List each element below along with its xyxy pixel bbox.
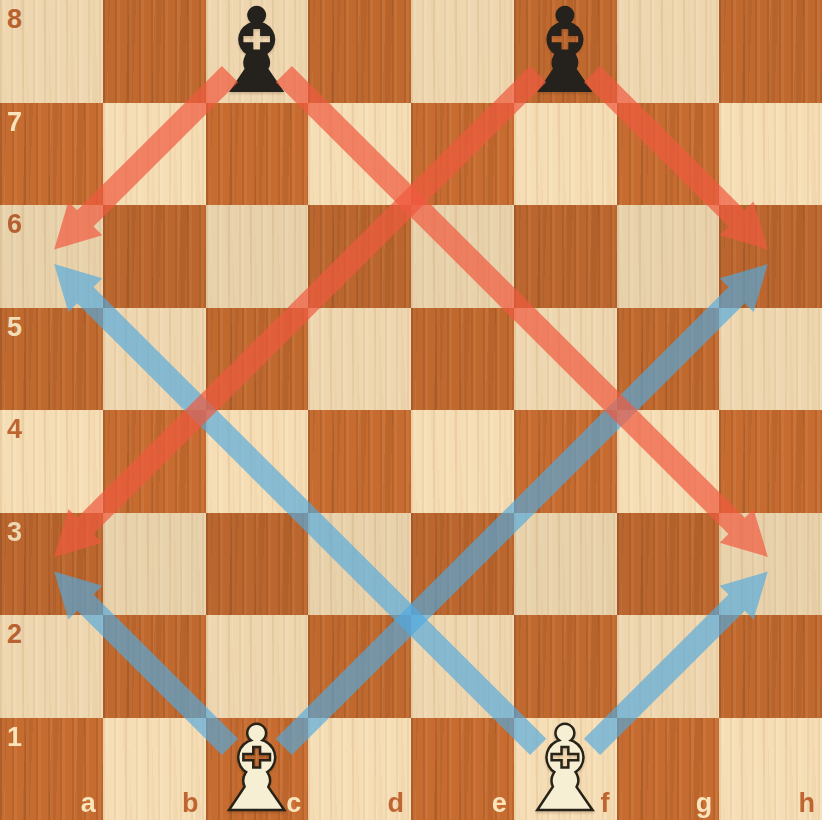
square-b6[interactable]	[103, 205, 206, 308]
black-bishop-f8[interactable]: ♝	[514, 0, 617, 103]
square-h3[interactable]	[719, 513, 822, 616]
rank-label-4: 4	[7, 416, 22, 443]
square-e4[interactable]	[411, 410, 514, 513]
square-h4[interactable]	[719, 410, 822, 513]
square-a6[interactable]: 6	[0, 205, 103, 308]
square-a8[interactable]: 8	[0, 0, 103, 103]
square-d8[interactable]	[308, 0, 411, 103]
square-d3[interactable]	[308, 513, 411, 616]
square-h8[interactable]	[719, 0, 822, 103]
file-label-g: g	[696, 790, 713, 817]
square-a3[interactable]: 3	[0, 513, 103, 616]
square-a2[interactable]: 2	[0, 615, 103, 718]
square-b1[interactable]: b	[103, 718, 206, 820]
chess-board: 87654321abcdefgh ♝♝♝♝	[0, 0, 822, 820]
square-b8[interactable]	[103, 0, 206, 103]
board-squares: 87654321abcdefgh	[0, 0, 822, 820]
square-b3[interactable]	[103, 513, 206, 616]
square-d6[interactable]	[308, 205, 411, 308]
square-b4[interactable]	[103, 410, 206, 513]
square-g1[interactable]: g	[617, 718, 720, 820]
square-e7[interactable]	[411, 103, 514, 206]
square-c5[interactable]	[206, 308, 309, 411]
square-c3[interactable]	[206, 513, 309, 616]
square-e8[interactable]	[411, 0, 514, 103]
square-a1[interactable]: 1a	[0, 718, 103, 820]
rank-label-6: 6	[7, 211, 22, 238]
file-label-e: e	[492, 790, 507, 817]
rank-label-2: 2	[7, 621, 22, 648]
square-g8[interactable]	[617, 0, 720, 103]
square-d4[interactable]	[308, 410, 411, 513]
square-c4[interactable]	[206, 410, 309, 513]
square-e1[interactable]: e	[411, 718, 514, 820]
square-c6[interactable]	[206, 205, 309, 308]
rank-label-1: 1	[7, 724, 22, 751]
square-h7[interactable]	[719, 103, 822, 206]
square-b5[interactable]	[103, 308, 206, 411]
square-h2[interactable]	[719, 615, 822, 718]
square-a4[interactable]: 4	[0, 410, 103, 513]
square-e2[interactable]	[411, 615, 514, 718]
square-g6[interactable]	[617, 205, 720, 308]
square-g4[interactable]	[617, 410, 720, 513]
rank-label-3: 3	[7, 519, 22, 546]
square-e3[interactable]	[411, 513, 514, 616]
rank-label-5: 5	[7, 314, 22, 341]
square-b2[interactable]	[103, 615, 206, 718]
square-d7[interactable]	[308, 103, 411, 206]
white-bishop-c1[interactable]: ♝	[206, 718, 309, 820]
square-f5[interactable]	[514, 308, 617, 411]
file-label-d: d	[388, 790, 405, 817]
square-a7[interactable]: 7	[0, 103, 103, 206]
square-a5[interactable]: 5	[0, 308, 103, 411]
square-g5[interactable]	[617, 308, 720, 411]
square-f6[interactable]	[514, 205, 617, 308]
square-f3[interactable]	[514, 513, 617, 616]
square-d5[interactable]	[308, 308, 411, 411]
black-bishop-c8[interactable]: ♝	[206, 0, 309, 103]
square-h6[interactable]	[719, 205, 822, 308]
square-e6[interactable]	[411, 205, 514, 308]
white-bishop-f1[interactable]: ♝	[514, 718, 617, 820]
square-d1[interactable]: d	[308, 718, 411, 820]
square-g2[interactable]	[617, 615, 720, 718]
square-b7[interactable]	[103, 103, 206, 206]
square-g3[interactable]	[617, 513, 720, 616]
square-e5[interactable]	[411, 308, 514, 411]
file-label-a: a	[81, 790, 96, 817]
square-h5[interactable]	[719, 308, 822, 411]
file-label-b: b	[182, 790, 199, 817]
square-d2[interactable]	[308, 615, 411, 718]
square-h1[interactable]: h	[719, 718, 822, 820]
square-g7[interactable]	[617, 103, 720, 206]
file-label-h: h	[799, 790, 816, 817]
rank-label-8: 8	[7, 6, 22, 33]
rank-label-7: 7	[7, 109, 22, 136]
square-f4[interactable]	[514, 410, 617, 513]
